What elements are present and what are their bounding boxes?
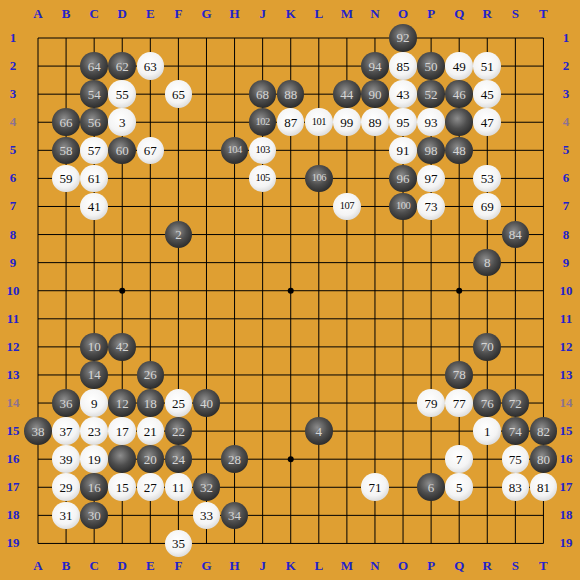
intersection-J3[interactable]: 68 xyxy=(249,80,277,108)
intersection-A19[interactable] xyxy=(24,529,52,557)
intersection-N11[interactable] xyxy=(361,305,389,333)
intersection-E8[interactable] xyxy=(136,221,164,249)
intersection-N18[interactable] xyxy=(361,501,389,529)
intersection-M3[interactable]: 44 xyxy=(333,80,361,108)
intersection-H4[interactable] xyxy=(221,108,249,136)
intersection-K5[interactable] xyxy=(277,136,305,164)
intersection-P9[interactable] xyxy=(417,249,445,277)
intersection-G15[interactable] xyxy=(192,417,220,445)
stone-black-34[interactable]: 34 xyxy=(221,502,249,530)
intersection-J1[interactable] xyxy=(249,24,277,52)
intersection-R17[interactable] xyxy=(473,473,501,501)
stone-black-70[interactable]: 70 xyxy=(473,333,501,361)
intersection-H13[interactable] xyxy=(221,361,249,389)
intersection-L4[interactable]: 101 xyxy=(305,108,333,136)
intersection-J14[interactable] xyxy=(249,389,277,417)
stone-black-46[interactable]: 46 xyxy=(445,80,473,108)
intersection-J10[interactable] xyxy=(249,277,277,305)
intersection-O18[interactable] xyxy=(389,501,417,529)
intersection-A16[interactable] xyxy=(24,445,52,473)
intersection-B16[interactable]: 39 xyxy=(52,445,80,473)
intersection-M16[interactable] xyxy=(333,445,361,473)
intersection-L13[interactable] xyxy=(305,361,333,389)
intersection-N6[interactable] xyxy=(361,164,389,192)
intersection-F18[interactable] xyxy=(164,501,192,529)
intersection-C11[interactable] xyxy=(80,305,108,333)
intersection-D10[interactable] xyxy=(108,277,136,305)
intersection-J5[interactable]: 103 xyxy=(249,136,277,164)
intersection-R5[interactable] xyxy=(473,136,501,164)
intersection-A10[interactable] xyxy=(24,277,52,305)
intersection-N4[interactable]: 89 xyxy=(361,108,389,136)
intersection-A17[interactable] xyxy=(24,473,52,501)
intersection-A6[interactable] xyxy=(24,164,52,192)
intersection-D16[interactable] xyxy=(108,445,136,473)
stone-black-32[interactable]: 32 xyxy=(193,473,221,501)
intersection-F16[interactable]: 24 xyxy=(164,445,192,473)
stone-black-94[interactable]: 94 xyxy=(361,52,389,80)
intersection-R9[interactable]: 8 xyxy=(473,249,501,277)
stone-white-39[interactable]: 39 xyxy=(52,445,80,473)
stone-black-6[interactable]: 6 xyxy=(417,473,445,501)
intersection-Q3[interactable]: 46 xyxy=(445,80,473,108)
stone-black-54[interactable]: 54 xyxy=(80,80,108,108)
intersection-Q12[interactable] xyxy=(445,333,473,361)
intersection-C6[interactable]: 61 xyxy=(80,164,108,192)
stone-black-88[interactable]: 88 xyxy=(277,80,305,108)
intersection-N16[interactable] xyxy=(361,445,389,473)
intersection-N13[interactable] xyxy=(361,361,389,389)
intersection-D9[interactable] xyxy=(108,249,136,277)
intersection-D17[interactable]: 15 xyxy=(108,473,136,501)
stone-white-75[interactable]: 75 xyxy=(502,445,530,473)
intersection-G12[interactable] xyxy=(192,333,220,361)
intersection-G13[interactable] xyxy=(192,361,220,389)
stone-white-7[interactable]: 7 xyxy=(445,445,473,473)
intersection-E19[interactable] xyxy=(136,529,164,557)
intersection-B15[interactable]: 37 xyxy=(52,417,80,445)
intersection-Q11[interactable] xyxy=(445,305,473,333)
stone-black-18[interactable]: 18 xyxy=(137,389,165,417)
stone-black-20[interactable]: 20 xyxy=(137,445,165,473)
intersection-Q19[interactable] xyxy=(445,529,473,557)
intersection-E2[interactable]: 63 xyxy=(136,52,164,80)
stone-white-45[interactable]: 45 xyxy=(473,80,501,108)
intersection-M9[interactable] xyxy=(333,249,361,277)
intersection-K2[interactable] xyxy=(277,52,305,80)
intersection-E12[interactable] xyxy=(136,333,164,361)
intersection-L15[interactable]: 4 xyxy=(305,417,333,445)
intersection-B13[interactable] xyxy=(52,361,80,389)
intersection-P3[interactable]: 52 xyxy=(417,80,445,108)
intersection-B5[interactable]: 58 xyxy=(52,136,80,164)
intersection-L10[interactable] xyxy=(305,277,333,305)
intersection-N7[interactable] xyxy=(361,192,389,220)
intersection-E14[interactable]: 18 xyxy=(136,389,164,417)
intersection-H5[interactable]: 104 xyxy=(221,136,249,164)
intersection-R4[interactable]: 47 xyxy=(473,108,501,136)
intersection-S6[interactable] xyxy=(501,164,529,192)
stone-white-21[interactable]: 21 xyxy=(137,417,165,445)
stone-white-53[interactable]: 53 xyxy=(473,165,501,193)
intersection-J7[interactable] xyxy=(249,192,277,220)
intersection-S11[interactable] xyxy=(501,305,529,333)
intersection-F12[interactable] xyxy=(164,333,192,361)
intersection-H19[interactable] xyxy=(221,529,249,557)
stone-black-64[interactable]: 64 xyxy=(80,52,108,80)
stone-white-61[interactable]: 61 xyxy=(80,165,108,193)
intersection-B1[interactable] xyxy=(52,24,80,52)
stone-black-66[interactable]: 66 xyxy=(52,108,80,136)
intersection-T15[interactable]: 82 xyxy=(529,417,557,445)
intersection-Q5[interactable]: 48 xyxy=(445,136,473,164)
intersection-R12[interactable]: 70 xyxy=(473,333,501,361)
stone-black-72[interactable]: 72 xyxy=(502,389,530,417)
intersection-C2[interactable]: 64 xyxy=(80,52,108,80)
intersection-M2[interactable] xyxy=(333,52,361,80)
intersection-M5[interactable] xyxy=(333,136,361,164)
intersection-B11[interactable] xyxy=(52,305,80,333)
stone-black-48[interactable]: 48 xyxy=(445,137,473,165)
stone-black-40[interactable]: 40 xyxy=(193,389,221,417)
stone-black-56[interactable]: 56 xyxy=(80,108,108,136)
intersection-F7[interactable] xyxy=(164,192,192,220)
intersection-H7[interactable] xyxy=(221,192,249,220)
intersection-R13[interactable] xyxy=(473,361,501,389)
intersection-K15[interactable] xyxy=(277,417,305,445)
stone-white-71[interactable]: 71 xyxy=(361,473,389,501)
intersection-E10[interactable] xyxy=(136,277,164,305)
intersection-A4[interactable] xyxy=(24,108,52,136)
intersection-T18[interactable] xyxy=(529,501,557,529)
intersection-L17[interactable] xyxy=(305,473,333,501)
intersection-L2[interactable] xyxy=(305,52,333,80)
intersection-R10[interactable] xyxy=(473,277,501,305)
intersection-D13[interactable] xyxy=(108,361,136,389)
stone-black-handicap[interactable] xyxy=(108,445,136,473)
intersection-R14[interactable]: 76 xyxy=(473,389,501,417)
intersection-F6[interactable] xyxy=(164,164,192,192)
intersection-C4[interactable]: 56 xyxy=(80,108,108,136)
stone-black-102[interactable]: 102 xyxy=(249,108,277,136)
intersection-B10[interactable] xyxy=(52,277,80,305)
intersection-B17[interactable]: 29 xyxy=(52,473,80,501)
intersection-D8[interactable] xyxy=(108,221,136,249)
intersection-A15[interactable]: 38 xyxy=(24,417,52,445)
intersection-T16[interactable]: 80 xyxy=(529,445,557,473)
stone-black-84[interactable]: 84 xyxy=(502,221,530,249)
intersection-T6[interactable] xyxy=(529,164,557,192)
intersection-A7[interactable] xyxy=(24,192,52,220)
intersection-A14[interactable] xyxy=(24,389,52,417)
intersection-G16[interactable] xyxy=(192,445,220,473)
intersection-P2[interactable]: 50 xyxy=(417,52,445,80)
stone-white-49[interactable]: 49 xyxy=(445,52,473,80)
stone-white-15[interactable]: 15 xyxy=(108,473,136,501)
stone-black-26[interactable]: 26 xyxy=(137,361,165,389)
intersection-L8[interactable] xyxy=(305,221,333,249)
intersection-P4[interactable]: 93 xyxy=(417,108,445,136)
intersection-D6[interactable] xyxy=(108,164,136,192)
intersection-L7[interactable] xyxy=(305,192,333,220)
intersection-G9[interactable] xyxy=(192,249,220,277)
intersection-G6[interactable] xyxy=(192,164,220,192)
intersection-C12[interactable]: 10 xyxy=(80,333,108,361)
intersection-J2[interactable] xyxy=(249,52,277,80)
intersection-K7[interactable] xyxy=(277,192,305,220)
stone-black-82[interactable]: 82 xyxy=(530,417,558,445)
stone-white-27[interactable]: 27 xyxy=(137,473,165,501)
intersection-Q10[interactable] xyxy=(445,277,473,305)
stone-white-65[interactable]: 65 xyxy=(165,80,193,108)
intersection-C10[interactable] xyxy=(80,277,108,305)
intersection-J6[interactable]: 105 xyxy=(249,164,277,192)
stone-black-4[interactable]: 4 xyxy=(305,417,333,445)
intersection-F9[interactable] xyxy=(164,249,192,277)
stone-white-1[interactable]: 1 xyxy=(473,417,501,445)
intersection-K17[interactable] xyxy=(277,473,305,501)
intersection-K4[interactable]: 87 xyxy=(277,108,305,136)
intersection-S9[interactable] xyxy=(501,249,529,277)
stone-black-8[interactable]: 8 xyxy=(473,249,501,277)
stone-black-2[interactable]: 2 xyxy=(165,221,193,249)
intersection-M1[interactable] xyxy=(333,24,361,52)
intersection-Q9[interactable] xyxy=(445,249,473,277)
intersection-M14[interactable] xyxy=(333,389,361,417)
intersection-D7[interactable] xyxy=(108,192,136,220)
intersection-H17[interactable] xyxy=(221,473,249,501)
intersection-S5[interactable] xyxy=(501,136,529,164)
intersection-O8[interactable] xyxy=(389,221,417,249)
intersection-L5[interactable] xyxy=(305,136,333,164)
intersection-D3[interactable]: 55 xyxy=(108,80,136,108)
intersection-O14[interactable] xyxy=(389,389,417,417)
intersection-T11[interactable] xyxy=(529,305,557,333)
intersection-N19[interactable] xyxy=(361,529,389,557)
intersection-T1[interactable] xyxy=(529,24,557,52)
intersection-K9[interactable] xyxy=(277,249,305,277)
intersection-C14[interactable]: 9 xyxy=(80,389,108,417)
intersection-C17[interactable]: 16 xyxy=(80,473,108,501)
intersection-O3[interactable]: 43 xyxy=(389,80,417,108)
stone-black-74[interactable]: 74 xyxy=(502,417,530,445)
intersection-T2[interactable] xyxy=(529,52,557,80)
stone-white-77[interactable]: 77 xyxy=(445,389,473,417)
intersection-C16[interactable]: 19 xyxy=(80,445,108,473)
intersection-D18[interactable] xyxy=(108,501,136,529)
stone-black-76[interactable]: 76 xyxy=(473,389,501,417)
intersection-N15[interactable] xyxy=(361,417,389,445)
intersection-M4[interactable]: 99 xyxy=(333,108,361,136)
intersection-B4[interactable]: 66 xyxy=(52,108,80,136)
intersection-D5[interactable]: 60 xyxy=(108,136,136,164)
stone-black-98[interactable]: 98 xyxy=(417,137,445,165)
intersection-S16[interactable]: 75 xyxy=(501,445,529,473)
intersection-K6[interactable] xyxy=(277,164,305,192)
stone-black-14[interactable]: 14 xyxy=(80,361,108,389)
intersection-K19[interactable] xyxy=(277,529,305,557)
intersection-K11[interactable] xyxy=(277,305,305,333)
intersection-E17[interactable]: 27 xyxy=(136,473,164,501)
intersection-B12[interactable] xyxy=(52,333,80,361)
intersection-M18[interactable] xyxy=(333,501,361,529)
intersection-T10[interactable] xyxy=(529,277,557,305)
intersection-S12[interactable] xyxy=(501,333,529,361)
intersection-C3[interactable]: 54 xyxy=(80,80,108,108)
intersection-Q16[interactable]: 7 xyxy=(445,445,473,473)
stone-black-100[interactable]: 100 xyxy=(389,193,417,221)
intersection-F10[interactable] xyxy=(164,277,192,305)
intersection-G19[interactable] xyxy=(192,529,220,557)
intersection-N17[interactable]: 71 xyxy=(361,473,389,501)
stone-white-85[interactable]: 85 xyxy=(389,52,417,80)
intersection-E7[interactable] xyxy=(136,192,164,220)
intersection-H18[interactable]: 34 xyxy=(221,501,249,529)
intersection-J15[interactable] xyxy=(249,417,277,445)
intersection-S13[interactable] xyxy=(501,361,529,389)
intersection-O10[interactable] xyxy=(389,277,417,305)
stone-white-91[interactable]: 91 xyxy=(389,137,417,165)
intersection-T3[interactable] xyxy=(529,80,557,108)
intersection-R1[interactable] xyxy=(473,24,501,52)
intersection-C13[interactable]: 14 xyxy=(80,361,108,389)
intersection-C1[interactable] xyxy=(80,24,108,52)
intersection-N1[interactable] xyxy=(361,24,389,52)
intersection-L9[interactable] xyxy=(305,249,333,277)
intersection-K12[interactable] xyxy=(277,333,305,361)
intersection-H2[interactable] xyxy=(221,52,249,80)
stone-white-17[interactable]: 17 xyxy=(108,417,136,445)
intersection-P14[interactable]: 79 xyxy=(417,389,445,417)
intersection-R6[interactable]: 53 xyxy=(473,164,501,192)
stone-white-5[interactable]: 5 xyxy=(445,473,473,501)
intersection-E5[interactable]: 67 xyxy=(136,136,164,164)
intersection-S2[interactable] xyxy=(501,52,529,80)
intersection-H15[interactable] xyxy=(221,417,249,445)
intersection-J11[interactable] xyxy=(249,305,277,333)
intersection-F2[interactable] xyxy=(164,52,192,80)
stone-black-78[interactable]: 78 xyxy=(445,361,473,389)
intersection-L16[interactable] xyxy=(305,445,333,473)
intersection-R3[interactable]: 45 xyxy=(473,80,501,108)
intersection-K10[interactable] xyxy=(277,277,305,305)
stone-white-79[interactable]: 79 xyxy=(417,389,445,417)
intersection-B2[interactable] xyxy=(52,52,80,80)
intersection-O17[interactable] xyxy=(389,473,417,501)
intersection-D2[interactable]: 62 xyxy=(108,52,136,80)
stone-black-58[interactable]: 58 xyxy=(52,137,80,165)
stone-white-29[interactable]: 29 xyxy=(52,473,80,501)
intersection-K1[interactable] xyxy=(277,24,305,52)
intersection-H9[interactable] xyxy=(221,249,249,277)
intersection-G18[interactable]: 33 xyxy=(192,501,220,529)
intersection-S3[interactable] xyxy=(501,80,529,108)
stone-white-9[interactable]: 9 xyxy=(80,389,108,417)
intersection-J8[interactable] xyxy=(249,221,277,249)
intersection-S14[interactable]: 72 xyxy=(501,389,529,417)
stone-black-96[interactable]: 96 xyxy=(389,165,417,193)
intersection-R19[interactable] xyxy=(473,529,501,557)
stone-white-63[interactable]: 63 xyxy=(137,52,165,80)
stone-black-104[interactable]: 104 xyxy=(221,137,249,165)
intersection-M10[interactable] xyxy=(333,277,361,305)
intersection-P13[interactable] xyxy=(417,361,445,389)
intersection-J17[interactable] xyxy=(249,473,277,501)
stone-white-87[interactable]: 87 xyxy=(277,108,305,136)
intersection-M17[interactable] xyxy=(333,473,361,501)
intersection-D1[interactable] xyxy=(108,24,136,52)
intersection-E15[interactable]: 21 xyxy=(136,417,164,445)
intersection-E16[interactable]: 20 xyxy=(136,445,164,473)
intersection-B7[interactable] xyxy=(52,192,80,220)
intersection-T19[interactable] xyxy=(529,529,557,557)
intersection-A1[interactable] xyxy=(24,24,52,52)
stone-black-handicap[interactable] xyxy=(445,108,473,136)
intersection-H12[interactable] xyxy=(221,333,249,361)
stone-white-23[interactable]: 23 xyxy=(80,417,108,445)
intersection-J13[interactable] xyxy=(249,361,277,389)
intersection-N5[interactable] xyxy=(361,136,389,164)
intersection-G14[interactable]: 40 xyxy=(192,389,220,417)
intersection-D19[interactable] xyxy=(108,529,136,557)
intersection-A5[interactable] xyxy=(24,136,52,164)
intersection-O7[interactable]: 100 xyxy=(389,192,417,220)
intersection-O15[interactable] xyxy=(389,417,417,445)
intersection-F17[interactable]: 11 xyxy=(164,473,192,501)
intersection-O1[interactable]: 92 xyxy=(389,24,417,52)
stone-black-62[interactable]: 62 xyxy=(108,52,136,80)
intersection-O19[interactable] xyxy=(389,529,417,557)
intersection-F4[interactable] xyxy=(164,108,192,136)
intersection-C15[interactable]: 23 xyxy=(80,417,108,445)
intersection-T4[interactable] xyxy=(529,108,557,136)
stone-black-28[interactable]: 28 xyxy=(221,445,249,473)
intersection-K18[interactable] xyxy=(277,501,305,529)
intersection-Q7[interactable] xyxy=(445,192,473,220)
intersection-B18[interactable]: 31 xyxy=(52,501,80,529)
stone-black-30[interactable]: 30 xyxy=(80,502,108,530)
stone-black-68[interactable]: 68 xyxy=(249,80,277,108)
intersection-Q6[interactable] xyxy=(445,164,473,192)
intersection-S19[interactable] xyxy=(501,529,529,557)
intersection-A9[interactable] xyxy=(24,249,52,277)
stone-black-90[interactable]: 90 xyxy=(361,80,389,108)
stone-white-11[interactable]: 11 xyxy=(165,473,193,501)
intersection-D14[interactable]: 12 xyxy=(108,389,136,417)
intersection-P11[interactable] xyxy=(417,305,445,333)
intersection-M8[interactable] xyxy=(333,221,361,249)
intersection-F19[interactable]: 35 xyxy=(164,529,192,557)
intersection-L3[interactable] xyxy=(305,80,333,108)
intersection-M19[interactable] xyxy=(333,529,361,557)
intersection-C19[interactable] xyxy=(80,529,108,557)
stone-black-24[interactable]: 24 xyxy=(165,445,193,473)
intersection-G4[interactable] xyxy=(192,108,220,136)
intersection-M7[interactable]: 107 xyxy=(333,192,361,220)
stone-white-97[interactable]: 97 xyxy=(417,165,445,193)
intersection-G10[interactable] xyxy=(192,277,220,305)
intersection-P17[interactable]: 6 xyxy=(417,473,445,501)
stone-black-80[interactable]: 80 xyxy=(530,445,558,473)
intersection-N2[interactable]: 94 xyxy=(361,52,389,80)
intersection-F11[interactable] xyxy=(164,305,192,333)
intersection-Q1[interactable] xyxy=(445,24,473,52)
intersection-Q17[interactable]: 5 xyxy=(445,473,473,501)
intersection-T8[interactable] xyxy=(529,221,557,249)
stone-white-55[interactable]: 55 xyxy=(108,80,136,108)
intersection-G7[interactable] xyxy=(192,192,220,220)
stone-white-101[interactable]: 101 xyxy=(305,108,333,136)
